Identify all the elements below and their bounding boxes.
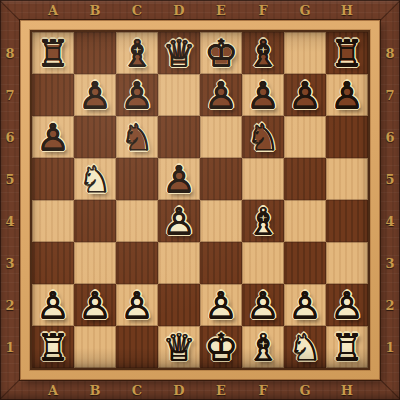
- coord-label-6: 6: [0, 116, 20, 158]
- piece-black-king[interactable]: ♚♔: [201, 33, 241, 73]
- square-e2[interactable]: ♟♙: [200, 284, 242, 326]
- square-h6[interactable]: [326, 116, 368, 158]
- square-h5[interactable]: [326, 158, 368, 200]
- piece-black-pawn[interactable]: ♟♙: [75, 75, 115, 115]
- piece-stroke-glyph: ♙: [285, 75, 325, 115]
- square-h3[interactable]: [326, 242, 368, 284]
- piece-white-pawn[interactable]: ♟♙: [33, 285, 73, 325]
- coord-label-3: 3: [380, 242, 400, 284]
- piece-stroke-glyph: ♗: [243, 327, 283, 367]
- coord-label-4: 4: [380, 200, 400, 242]
- square-g7[interactable]: ♟♙: [284, 74, 326, 116]
- piece-black-pawn[interactable]: ♟♙: [201, 75, 241, 115]
- piece-stroke-glyph: ♖: [33, 327, 73, 367]
- square-f8[interactable]: ♝♗: [242, 32, 284, 74]
- square-e7[interactable]: ♟♙: [200, 74, 242, 116]
- coord-label-h: H: [326, 380, 368, 400]
- square-b6[interactable]: [74, 116, 116, 158]
- piece-stroke-glyph: ♘: [243, 117, 283, 157]
- piece-white-rook[interactable]: ♜♖: [327, 327, 367, 367]
- piece-black-pawn[interactable]: ♟♙: [33, 117, 73, 157]
- piece-stroke-glyph: ♖: [327, 33, 367, 73]
- square-f1[interactable]: ♝♗: [242, 326, 284, 368]
- piece-black-rook[interactable]: ♜♖: [33, 33, 73, 73]
- piece-stroke-glyph: ♙: [243, 75, 283, 115]
- piece-black-pawn[interactable]: ♟♙: [159, 159, 199, 199]
- coord-label-h: H: [326, 0, 368, 20]
- square-d6[interactable]: [158, 116, 200, 158]
- piece-stroke-glyph: ♙: [75, 285, 115, 325]
- square-b1[interactable]: [74, 326, 116, 368]
- board-grid: ♜♖♝♗♛♕♚♔♝♗♜♖♟♙♟♙♟♙♟♙♟♙♟♙♟♙♞♘♞♘♞♘♟♙♟♙♝♗♟♙…: [32, 32, 368, 368]
- coord-label-a: A: [32, 0, 74, 20]
- square-h2[interactable]: ♟♙: [326, 284, 368, 326]
- coord-label-7: 7: [380, 74, 400, 116]
- piece-white-pawn[interactable]: ♟♙: [201, 285, 241, 325]
- coord-label-6: 6: [380, 116, 400, 158]
- coord-label-1: 1: [0, 326, 20, 368]
- piece-stroke-glyph: ♙: [243, 285, 283, 325]
- square-d5[interactable]: ♟♙: [158, 158, 200, 200]
- file-labels-bottom: ABCDEFGH: [32, 380, 368, 400]
- square-b4[interactable]: [74, 200, 116, 242]
- square-e5[interactable]: [200, 158, 242, 200]
- square-f5[interactable]: [242, 158, 284, 200]
- square-e8[interactable]: ♚♔: [200, 32, 242, 74]
- square-f3[interactable]: [242, 242, 284, 284]
- piece-white-pawn[interactable]: ♟♙: [327, 285, 367, 325]
- square-d1[interactable]: ♛♕: [158, 326, 200, 368]
- piece-black-bishop[interactable]: ♝♗: [117, 33, 157, 73]
- chess-board: ABCDEFGH ABCDEFGH 87654321 87654321 ♜♖♝♗…: [0, 0, 400, 400]
- piece-black-pawn[interactable]: ♟♙: [285, 75, 325, 115]
- piece-stroke-glyph: ♘: [285, 327, 325, 367]
- piece-stroke-glyph: ♙: [33, 117, 73, 157]
- piece-stroke-glyph: ♙: [75, 75, 115, 115]
- square-g3[interactable]: [284, 242, 326, 284]
- piece-stroke-glyph: ♙: [327, 285, 367, 325]
- rank-labels-right: 87654321: [380, 32, 400, 368]
- square-c4[interactable]: [116, 200, 158, 242]
- square-f4[interactable]: ♝♗: [242, 200, 284, 242]
- square-a1[interactable]: ♜♖: [32, 326, 74, 368]
- piece-stroke-glyph: ♙: [117, 75, 157, 115]
- piece-stroke-glyph: ♙: [201, 75, 241, 115]
- coord-label-a: A: [32, 380, 74, 400]
- square-g8[interactable]: [284, 32, 326, 74]
- square-a2[interactable]: ♟♙: [32, 284, 74, 326]
- square-d2[interactable]: [158, 284, 200, 326]
- square-a6[interactable]: ♟♙: [32, 116, 74, 158]
- square-c5[interactable]: [116, 158, 158, 200]
- coord-label-e: E: [200, 380, 242, 400]
- piece-stroke-glyph: ♗: [243, 201, 283, 241]
- square-f2[interactable]: ♟♙: [242, 284, 284, 326]
- piece-stroke-glyph: ♙: [327, 75, 367, 115]
- piece-stroke-glyph: ♖: [327, 327, 367, 367]
- coord-label-b: B: [74, 380, 116, 400]
- piece-stroke-glyph: ♕: [159, 33, 199, 73]
- piece-stroke-glyph: ♔: [201, 327, 241, 367]
- coord-label-c: C: [116, 380, 158, 400]
- square-e3[interactable]: [200, 242, 242, 284]
- coord-label-3: 3: [0, 242, 20, 284]
- square-c2[interactable]: ♟♙: [116, 284, 158, 326]
- coord-label-5: 5: [0, 158, 20, 200]
- coord-label-f: F: [242, 0, 284, 20]
- piece-stroke-glyph: ♗: [117, 33, 157, 73]
- coord-label-8: 8: [0, 32, 20, 74]
- coord-label-e: E: [200, 0, 242, 20]
- square-d7[interactable]: [158, 74, 200, 116]
- square-h4[interactable]: [326, 200, 368, 242]
- coord-label-1: 1: [380, 326, 400, 368]
- coord-label-2: 2: [380, 284, 400, 326]
- square-c7[interactable]: ♟♙: [116, 74, 158, 116]
- piece-white-pawn[interactable]: ♟♙: [285, 285, 325, 325]
- piece-stroke-glyph: ♔: [201, 33, 241, 73]
- coord-label-7: 7: [0, 74, 20, 116]
- piece-black-pawn[interactable]: ♟♙: [117, 75, 157, 115]
- coord-label-5: 5: [380, 158, 400, 200]
- square-h8[interactable]: ♜♖: [326, 32, 368, 74]
- square-b7[interactable]: ♟♙: [74, 74, 116, 116]
- square-e4[interactable]: [200, 200, 242, 242]
- coord-label-f: F: [242, 380, 284, 400]
- square-g1[interactable]: ♞♘: [284, 326, 326, 368]
- square-d3[interactable]: [158, 242, 200, 284]
- piece-stroke-glyph: ♖: [33, 33, 73, 73]
- square-c6[interactable]: ♞♘: [116, 116, 158, 158]
- piece-stroke-glyph: ♙: [201, 285, 241, 325]
- piece-stroke-glyph: ♙: [159, 201, 199, 241]
- square-b2[interactable]: ♟♙: [74, 284, 116, 326]
- square-b5[interactable]: ♞♘: [74, 158, 116, 200]
- piece-stroke-glyph: ♘: [117, 117, 157, 157]
- square-e1[interactable]: ♚♔: [200, 326, 242, 368]
- file-labels-top: ABCDEFGH: [32, 0, 368, 20]
- piece-stroke-glyph: ♙: [285, 285, 325, 325]
- square-c1[interactable]: [116, 326, 158, 368]
- piece-black-bishop[interactable]: ♝♗: [243, 33, 283, 73]
- piece-white-pawn[interactable]: ♟♙: [243, 285, 283, 325]
- square-h1[interactable]: ♜♖: [326, 326, 368, 368]
- piece-white-bishop[interactable]: ♝♗: [243, 327, 283, 367]
- piece-stroke-glyph: ♙: [117, 285, 157, 325]
- coord-label-d: D: [158, 380, 200, 400]
- square-g2[interactable]: ♟♙: [284, 284, 326, 326]
- square-b3[interactable]: [74, 242, 116, 284]
- piece-white-pawn[interactable]: ♟♙: [75, 285, 115, 325]
- piece-black-pawn[interactable]: ♟♙: [327, 75, 367, 115]
- square-f6[interactable]: ♞♘: [242, 116, 284, 158]
- coord-label-g: G: [284, 0, 326, 20]
- square-g4[interactable]: [284, 200, 326, 242]
- piece-white-bishop[interactable]: ♝♗: [243, 201, 283, 241]
- rank-labels-left: 87654321: [0, 32, 20, 368]
- piece-white-pawn[interactable]: ♟♙: [117, 285, 157, 325]
- piece-stroke-glyph: ♗: [243, 33, 283, 73]
- piece-black-knight[interactable]: ♞♘: [117, 117, 157, 157]
- coord-label-4: 4: [0, 200, 20, 242]
- piece-white-knight[interactable]: ♞♘: [75, 159, 115, 199]
- square-e6[interactable]: [200, 116, 242, 158]
- piece-white-queen[interactable]: ♛♕: [159, 327, 199, 367]
- coord-label-c: C: [116, 0, 158, 20]
- square-a4[interactable]: [32, 200, 74, 242]
- coord-label-8: 8: [380, 32, 400, 74]
- coord-label-g: G: [284, 380, 326, 400]
- piece-white-pawn[interactable]: ♟♙: [159, 201, 199, 241]
- piece-white-king[interactable]: ♚♔: [201, 327, 241, 367]
- piece-black-queen[interactable]: ♛♕: [159, 33, 199, 73]
- square-a7[interactable]: [32, 74, 74, 116]
- square-d4[interactable]: ♟♙: [158, 200, 200, 242]
- square-f7[interactable]: ♟♙: [242, 74, 284, 116]
- piece-black-pawn[interactable]: ♟♙: [243, 75, 283, 115]
- square-b8[interactable]: [74, 32, 116, 74]
- piece-stroke-glyph: ♙: [159, 159, 199, 199]
- square-a5[interactable]: [32, 158, 74, 200]
- piece-white-rook[interactable]: ♜♖: [33, 327, 73, 367]
- square-c8[interactable]: ♝♗: [116, 32, 158, 74]
- piece-black-knight[interactable]: ♞♘: [243, 117, 283, 157]
- coord-label-d: D: [158, 0, 200, 20]
- square-d8[interactable]: ♛♕: [158, 32, 200, 74]
- square-h7[interactable]: ♟♙: [326, 74, 368, 116]
- coord-label-2: 2: [0, 284, 20, 326]
- coord-label-b: B: [74, 0, 116, 20]
- square-g5[interactable]: [284, 158, 326, 200]
- piece-stroke-glyph: ♙: [33, 285, 73, 325]
- piece-white-knight[interactable]: ♞♘: [285, 327, 325, 367]
- piece-stroke-glyph: ♕: [159, 327, 199, 367]
- square-g6[interactable]: [284, 116, 326, 158]
- piece-stroke-glyph: ♘: [75, 159, 115, 199]
- piece-black-rook[interactable]: ♜♖: [327, 33, 367, 73]
- square-a3[interactable]: [32, 242, 74, 284]
- square-a8[interactable]: ♜♖: [32, 32, 74, 74]
- square-c3[interactable]: [116, 242, 158, 284]
